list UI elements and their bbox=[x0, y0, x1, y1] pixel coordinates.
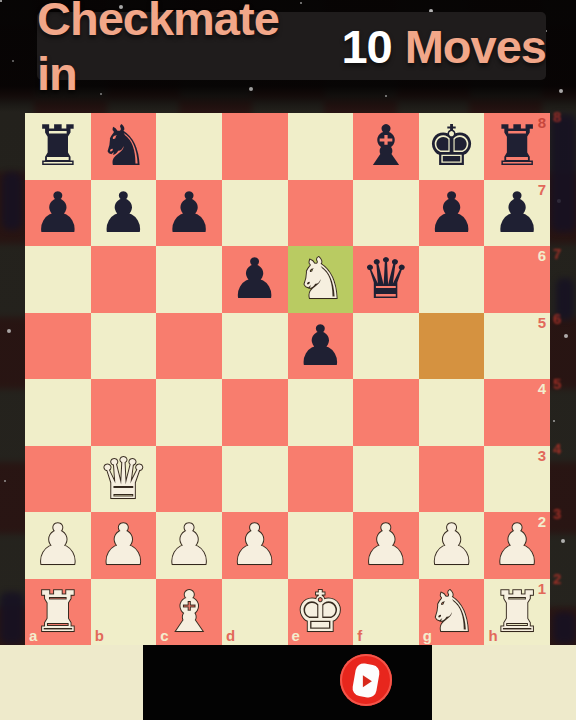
square-d7[interactable] bbox=[222, 180, 288, 247]
square-h7[interactable]: ♟7 bbox=[484, 180, 550, 247]
square-g3[interactable] bbox=[419, 446, 485, 513]
black-queen[interactable]: ♛ bbox=[361, 251, 411, 307]
square-a6[interactable] bbox=[25, 246, 91, 313]
square-b4[interactable] bbox=[91, 379, 157, 446]
background-rank-digit: 3 bbox=[553, 505, 573, 522]
white-bishop[interactable]: ♝ bbox=[164, 584, 214, 640]
snow-particles bbox=[0, 0, 2, 2]
title-suffix: Moves bbox=[405, 19, 546, 74]
black-king[interactable]: ♚ bbox=[426, 118, 476, 174]
square-h6[interactable]: 6 bbox=[484, 246, 550, 313]
square-b1[interactable]: b bbox=[91, 579, 157, 646]
square-b2[interactable]: ♟ bbox=[91, 512, 157, 579]
square-a5[interactable] bbox=[25, 313, 91, 380]
title-number: 10 bbox=[341, 19, 391, 74]
file-label-h: h bbox=[488, 627, 497, 644]
rank-label-7: 7 bbox=[538, 181, 546, 198]
square-e2[interactable] bbox=[288, 512, 354, 579]
background-piece-blur bbox=[0, 592, 24, 644]
rank-label-8: 8 bbox=[538, 114, 546, 131]
square-e3[interactable] bbox=[288, 446, 354, 513]
black-pawn[interactable]: ♟ bbox=[230, 251, 280, 307]
square-f2[interactable]: ♟ bbox=[353, 512, 419, 579]
square-d8[interactable] bbox=[222, 113, 288, 180]
white-rook[interactable]: ♜ bbox=[492, 584, 542, 640]
white-queen[interactable]: ♛ bbox=[98, 451, 148, 507]
black-bishop[interactable]: ♝ bbox=[361, 118, 411, 174]
background-piece-blur bbox=[553, 612, 576, 644]
square-f6[interactable]: ♛ bbox=[353, 246, 419, 313]
square-d1[interactable]: d bbox=[222, 579, 288, 646]
file-label-c: c bbox=[160, 627, 168, 644]
background-rank-digit: 5 bbox=[553, 375, 573, 392]
white-pawn[interactable]: ♟ bbox=[164, 517, 214, 573]
square-d5[interactable] bbox=[222, 313, 288, 380]
square-a7[interactable]: ♟ bbox=[25, 180, 91, 247]
square-b8[interactable]: ♞ bbox=[91, 113, 157, 180]
black-pawn[interactable]: ♟ bbox=[33, 185, 83, 241]
square-c2[interactable]: ♟ bbox=[156, 512, 222, 579]
square-h4[interactable]: 4 bbox=[484, 379, 550, 446]
square-g5[interactable] bbox=[419, 313, 485, 380]
square-d6[interactable]: ♟ bbox=[222, 246, 288, 313]
square-d3[interactable] bbox=[222, 446, 288, 513]
square-a2[interactable]: ♟ bbox=[25, 512, 91, 579]
square-h8[interactable]: ♜8 bbox=[484, 113, 550, 180]
black-pawn[interactable]: ♟ bbox=[295, 318, 345, 374]
square-h2[interactable]: ♟2 bbox=[484, 512, 550, 579]
square-c6[interactable] bbox=[156, 246, 222, 313]
shorts-card-shape bbox=[351, 662, 380, 699]
background-rank-digit: 8 bbox=[553, 108, 573, 125]
black-pawn[interactable]: ♟ bbox=[164, 185, 214, 241]
rank-label-2: 2 bbox=[538, 513, 546, 530]
square-h3[interactable]: 3 bbox=[484, 446, 550, 513]
square-g1[interactable]: ♞g bbox=[419, 579, 485, 646]
white-king[interactable]: ♚ bbox=[295, 584, 345, 640]
background-rank-digit: 2 bbox=[553, 570, 573, 587]
background-rank-digit: 4 bbox=[553, 440, 573, 457]
background-piece-blur bbox=[2, 172, 22, 230]
rank-label-4: 4 bbox=[538, 380, 546, 397]
square-h1[interactable]: ♜h1 bbox=[484, 579, 550, 646]
square-g8[interactable]: ♚ bbox=[419, 113, 485, 180]
square-f8[interactable]: ♝ bbox=[353, 113, 419, 180]
file-label-a: a bbox=[29, 627, 37, 644]
square-e4[interactable] bbox=[288, 379, 354, 446]
square-f3[interactable] bbox=[353, 446, 419, 513]
square-c3[interactable] bbox=[156, 446, 222, 513]
file-label-f: f bbox=[357, 627, 362, 644]
rank-label-5: 5 bbox=[538, 314, 546, 331]
square-h5[interactable]: 5 bbox=[484, 313, 550, 380]
black-rook[interactable]: ♜ bbox=[492, 118, 542, 174]
file-label-g: g bbox=[423, 627, 432, 644]
youtube-shorts-icon[interactable] bbox=[340, 654, 392, 706]
square-c4[interactable] bbox=[156, 379, 222, 446]
background-rank-digit: 6 bbox=[553, 310, 573, 327]
square-c8[interactable] bbox=[156, 113, 222, 180]
square-b7[interactable]: ♟ bbox=[91, 180, 157, 247]
square-d2[interactable]: ♟ bbox=[222, 512, 288, 579]
square-g7[interactable]: ♟ bbox=[419, 180, 485, 247]
square-c5[interactable] bbox=[156, 313, 222, 380]
background-rank-digit: 7 bbox=[553, 245, 573, 262]
black-pawn[interactable]: ♟ bbox=[98, 185, 148, 241]
square-b5[interactable] bbox=[91, 313, 157, 380]
square-g4[interactable] bbox=[419, 379, 485, 446]
square-f4[interactable] bbox=[353, 379, 419, 446]
title-banner: Checkmate in 10 Moves bbox=[37, 12, 546, 80]
black-pawn[interactable]: ♟ bbox=[492, 185, 542, 241]
file-label-e: e bbox=[292, 627, 300, 644]
square-f7[interactable] bbox=[353, 180, 419, 247]
white-pawn[interactable]: ♟ bbox=[33, 517, 83, 573]
white-pawn[interactable]: ♟ bbox=[361, 517, 411, 573]
black-pawn[interactable]: ♟ bbox=[426, 185, 476, 241]
chess-board: ♜♞♝♚♜8♟♟♟♟♟7♟♞♛6♟54♛3♟♟♟♟♟♟♟2♜ab♝cd♚ef♞g… bbox=[25, 113, 550, 645]
square-d4[interactable] bbox=[222, 379, 288, 446]
square-b3[interactable]: ♛ bbox=[91, 446, 157, 513]
square-e5[interactable]: ♟ bbox=[288, 313, 354, 380]
square-e8[interactable] bbox=[288, 113, 354, 180]
play-triangle-icon bbox=[362, 674, 371, 686]
square-g2[interactable]: ♟ bbox=[419, 512, 485, 579]
rank-label-1: 1 bbox=[538, 580, 546, 597]
square-c1[interactable]: ♝c bbox=[156, 579, 222, 646]
square-c7[interactable]: ♟ bbox=[156, 180, 222, 247]
white-pawn[interactable]: ♟ bbox=[98, 517, 148, 573]
square-f1[interactable]: f bbox=[353, 579, 419, 646]
video-frame: 8765432 Checkmate in 10 Moves ♜♞♝♚♜8♟♟♟♟… bbox=[0, 0, 576, 720]
rank-label-3: 3 bbox=[538, 447, 546, 464]
title-prefix: Checkmate in bbox=[37, 0, 328, 101]
square-e6[interactable]: ♞ bbox=[288, 246, 354, 313]
square-a3[interactable] bbox=[25, 446, 91, 513]
square-a4[interactable] bbox=[25, 379, 91, 446]
square-a1[interactable]: ♜a bbox=[25, 579, 91, 646]
square-f5[interactable] bbox=[353, 313, 419, 380]
square-a8[interactable]: ♜ bbox=[25, 113, 91, 180]
file-label-b: b bbox=[95, 627, 104, 644]
file-label-d: d bbox=[226, 627, 235, 644]
white-knight[interactable]: ♞ bbox=[426, 584, 476, 640]
white-pawn[interactable]: ♟ bbox=[426, 517, 476, 573]
square-e1[interactable]: ♚e bbox=[288, 579, 354, 646]
square-b6[interactable] bbox=[91, 246, 157, 313]
background-piece-blur bbox=[551, 114, 576, 232]
square-g6[interactable] bbox=[419, 246, 485, 313]
square-e7[interactable] bbox=[288, 180, 354, 247]
white-pawn[interactable]: ♟ bbox=[492, 517, 542, 573]
rank-label-6: 6 bbox=[538, 247, 546, 264]
white-knight[interactable]: ♞ bbox=[295, 251, 345, 307]
black-rook[interactable]: ♜ bbox=[33, 118, 83, 174]
black-knight[interactable]: ♞ bbox=[98, 118, 148, 174]
white-pawn[interactable]: ♟ bbox=[230, 517, 280, 573]
white-rook[interactable]: ♜ bbox=[33, 584, 83, 640]
